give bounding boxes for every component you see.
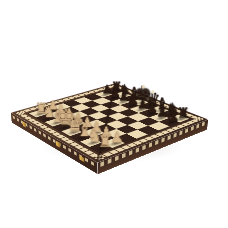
finial-tip <box>151 90 154 93</box>
finial-tip <box>141 85 144 88</box>
square-b8: ♞ <box>159 110 179 118</box>
product-photo: ♜♟♟♜♞♟♟♞♝♟♟♝♚♟♟♚♛♟♟♛♝♟♟♝♞♟♟♞♜♟♟♜ <box>0 0 228 228</box>
hinge-icon <box>56 141 60 148</box>
corner-checker-motif <box>14 111 25 115</box>
